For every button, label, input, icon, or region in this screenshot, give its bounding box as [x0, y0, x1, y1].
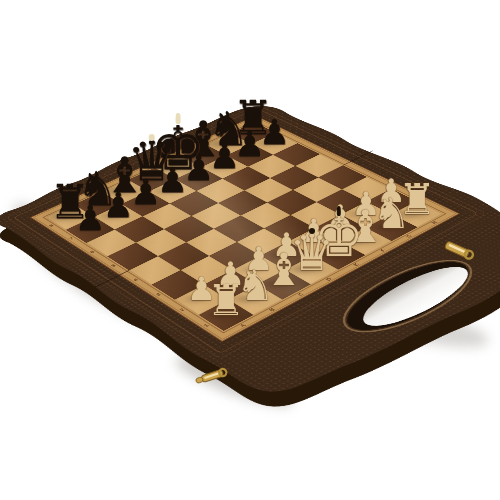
- square-c1: [257, 270, 311, 300]
- piece-dark-pawn-a7: ♟: [73, 201, 108, 236]
- square-h1: [391, 201, 442, 227]
- piece-shadow: [97, 212, 130, 220]
- square-g6: [248, 155, 295, 178]
- piece-light-pawn-c2: ♟: [243, 243, 275, 275]
- piece-shadow: [283, 263, 331, 275]
- square-e4: [241, 203, 291, 229]
- piece-dark-knight-b8: ♞: [74, 166, 121, 213]
- piece-dark-bishop-f8: ♝: [179, 116, 228, 165]
- piece-dark-pawn-c7: ♟: [128, 175, 163, 210]
- file-label-D: D: [322, 275, 337, 283]
- piece-shadow: [124, 199, 157, 207]
- piece-shadow: [371, 197, 402, 205]
- square-d8: [128, 168, 175, 192]
- brass-clasp-bottom: [192, 360, 236, 396]
- square-b7: [94, 204, 142, 230]
- piece-shadow: [226, 127, 270, 138]
- square-c4: [186, 229, 237, 256]
- piece-shadow: [258, 279, 300, 290]
- piece-shadow: [201, 138, 245, 149]
- piece-dark-king-e8: ♚: [148, 118, 209, 179]
- square-d2: [261, 242, 313, 270]
- piece-shadow: [366, 222, 406, 232]
- piece-light-bishop-c1: ♝: [262, 248, 307, 293]
- square-f8: [180, 145, 226, 168]
- square-f2: [315, 215, 366, 242]
- piece-shadow: [228, 151, 261, 159]
- piece-light-knight-b1: ♞: [234, 265, 277, 308]
- piece-shadow: [238, 266, 269, 274]
- dark-king-finial: [175, 113, 180, 124]
- piece-dark-pawn-d7: ♟: [155, 163, 190, 198]
- piece-dark-bishop-c8: ♝: [101, 152, 150, 201]
- file-label-E: E: [349, 261, 363, 269]
- square-f3: [291, 202, 341, 228]
- square-h5: [295, 154, 343, 177]
- ground-shadow-handle: [353, 298, 491, 355]
- square-e5: [218, 190, 267, 215]
- square-e6: [196, 179, 244, 203]
- piece-shadow: [346, 210, 377, 218]
- square-b4: [158, 242, 209, 270]
- file-label-F: F: [376, 247, 390, 255]
- square-h2: [366, 189, 416, 214]
- square-f7: [201, 155, 248, 178]
- piece-shadow: [144, 160, 202, 175]
- square-f1: [340, 228, 392, 256]
- square-c7: [122, 191, 170, 216]
- square-b1: [228, 284, 282, 315]
- rank-labels: 87654321: [46, 122, 255, 217]
- border-inlay-line-outer: [34, 117, 456, 339]
- square-e3: [264, 215, 315, 242]
- square-b3: [181, 256, 233, 285]
- piece-shadow: [151, 187, 184, 195]
- square-e2: [288, 228, 340, 255]
- square-g8: [206, 133, 252, 155]
- piece-light-pawn-e2: ♟: [298, 215, 330, 247]
- piece-light-pawn-f2: ♟: [324, 201, 356, 233]
- light-queen-finial: [309, 228, 315, 234]
- piece-dark-pawn-e7: ♟: [182, 151, 217, 186]
- piece-shadow: [293, 237, 324, 245]
- fold-seam-right: [343, 151, 373, 166]
- piece-dark-pawn-h7: ♟: [257, 115, 292, 150]
- piece-dark-knight-g8: ♞: [205, 106, 252, 153]
- brass-clasp-right: [438, 236, 478, 268]
- square-h8: [230, 122, 275, 144]
- square-d1: [285, 255, 338, 284]
- square-e7: [175, 167, 222, 191]
- piece-light-pawn-g2: ♟: [350, 188, 382, 220]
- square-f4: [267, 190, 316, 215]
- piece-shadow: [175, 149, 222, 161]
- piece-shadow: [392, 209, 432, 219]
- square-h6: [273, 143, 320, 166]
- piece-shadow: [266, 251, 297, 259]
- square-g7: [227, 144, 274, 167]
- square-g5: [270, 166, 318, 190]
- square-g1: [366, 214, 418, 241]
- piece-shadow: [308, 248, 360, 261]
- square-d3: [237, 228, 288, 255]
- square-d6: [170, 191, 218, 216]
- piece-shadow: [230, 294, 270, 304]
- square-e1: [313, 241, 366, 269]
- file-labels: ABCDEFGH: [46, 122, 255, 217]
- piece-dark-pawn-g7: ♟: [232, 127, 267, 162]
- piece-light-bishop-f1: ♝: [343, 205, 388, 250]
- square-g3: [317, 189, 367, 214]
- piece-dark-rook-h8: ♜: [230, 95, 277, 142]
- piece-dark-pawn-b7: ♟: [101, 188, 136, 223]
- piece-light-queen-d1: ♛: [287, 228, 337, 278]
- square-b8: [74, 192, 122, 217]
- chess-set-photo: { "game": "chess", "scene": "carved waln…: [0, 0, 500, 500]
- square-b5: [136, 229, 186, 256]
- piece-shadow: [177, 174, 210, 182]
- square-g2: [341, 202, 392, 228]
- piece-dark-pawn-f7: ♟: [207, 139, 242, 174]
- piece-light-pawn-b2: ♟: [214, 258, 246, 290]
- piece-shadow: [120, 172, 173, 185]
- file-label-C: C: [294, 290, 309, 298]
- square-h3: [342, 177, 391, 202]
- piece-shadow: [210, 280, 241, 288]
- file-label-G: G: [402, 233, 416, 240]
- square-c6: [143, 204, 192, 230]
- square-b6: [115, 216, 164, 242]
- piece-shadow: [70, 198, 114, 209]
- file-label-H: H: [428, 219, 442, 226]
- piece-dark-queen-d8: ♛: [124, 134, 179, 189]
- square-d5: [191, 203, 240, 229]
- file-label-A: A: [235, 321, 250, 330]
- square-h4: [318, 165, 367, 189]
- square-d7: [149, 179, 197, 203]
- square-b2: [204, 270, 257, 300]
- piece-light-king-e1: ♚: [311, 210, 366, 265]
- square-g4: [293, 177, 342, 202]
- piece-light-pawn-d2: ♟: [270, 229, 302, 261]
- piece-light-pawn-h2: ♟: [375, 175, 407, 207]
- piece-shadow: [253, 139, 286, 147]
- square-e8: [155, 156, 201, 179]
- square-d4: [214, 216, 264, 242]
- square-c8: [101, 180, 148, 204]
- square-f6: [222, 167, 270, 191]
- square-h7: [251, 133, 297, 155]
- dark-queen-finial: [148, 134, 155, 141]
- piece-light-knight-g1: ♞: [370, 193, 413, 236]
- piece-shadow: [320, 224, 351, 232]
- piece-shadow: [203, 162, 236, 170]
- square-c3: [209, 242, 261, 270]
- piece-light-rook-h1: ♜: [396, 179, 439, 222]
- file-label-B: B: [265, 306, 280, 314]
- square-c5: [164, 216, 214, 242]
- square-f5: [244, 178, 293, 203]
- piece-shadow: [97, 185, 144, 197]
- light-king-finial: [337, 206, 341, 216]
- piece-shadow: [339, 235, 381, 246]
- square-c2: [233, 256, 286, 285]
